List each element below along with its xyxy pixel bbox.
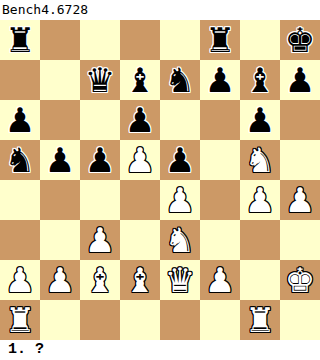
square-h3[interactable] <box>280 220 320 260</box>
square-e3[interactable]: ♞ <box>160 220 200 260</box>
square-a5[interactable]: ♞ <box>0 140 40 180</box>
black-pawn-piece: ♟ <box>5 100 35 140</box>
white-bishop-piece: ♝ <box>85 260 115 300</box>
square-g4[interactable]: ♟ <box>240 180 280 220</box>
black-queen-piece: ♛ <box>85 60 115 100</box>
white-rook-piece: ♜ <box>5 300 35 340</box>
white-knight-piece: ♞ <box>165 220 195 260</box>
square-g6[interactable]: ♟ <box>240 100 280 140</box>
square-h8[interactable]: ♚ <box>280 20 320 60</box>
square-f5[interactable] <box>200 140 240 180</box>
square-g2[interactable] <box>240 260 280 300</box>
square-c4[interactable] <box>80 180 120 220</box>
square-g1[interactable]: ♜ <box>240 300 280 340</box>
square-f1[interactable] <box>200 300 240 340</box>
window-title: Bench4.6728 <box>0 0 320 20</box>
square-f3[interactable] <box>200 220 240 260</box>
white-pawn-piece: ♟ <box>285 180 315 220</box>
white-queen-piece: ♛ <box>165 260 195 300</box>
square-f6[interactable] <box>200 100 240 140</box>
square-c3[interactable]: ♟ <box>80 220 120 260</box>
square-h5[interactable] <box>280 140 320 180</box>
square-a4[interactable] <box>0 180 40 220</box>
square-h7[interactable]: ♟ <box>280 60 320 100</box>
white-pawn-piece: ♟ <box>125 140 155 180</box>
square-d7[interactable]: ♝ <box>120 60 160 100</box>
move-prompt: 1. ? <box>0 340 320 360</box>
white-pawn-piece: ♟ <box>205 260 235 300</box>
square-e7[interactable]: ♞ <box>160 60 200 100</box>
chess-board: ♜♜♚♛♝♞♟♝♟♟♟♟♞♟♟♟♟♞♟♟♟♟♞♟♟♝♝♛♟♚♜♜ <box>0 20 320 340</box>
square-a1[interactable]: ♜ <box>0 300 40 340</box>
black-rook-piece: ♜ <box>205 20 235 60</box>
square-h4[interactable]: ♟ <box>280 180 320 220</box>
white-bishop-piece: ♝ <box>125 260 155 300</box>
square-d8[interactable] <box>120 20 160 60</box>
white-pawn-piece: ♟ <box>45 260 75 300</box>
square-d4[interactable] <box>120 180 160 220</box>
square-b4[interactable] <box>40 180 80 220</box>
square-f7[interactable]: ♟ <box>200 60 240 100</box>
black-pawn-piece: ♟ <box>205 60 235 100</box>
square-c7[interactable]: ♛ <box>80 60 120 100</box>
square-h2[interactable]: ♚ <box>280 260 320 300</box>
square-a6[interactable]: ♟ <box>0 100 40 140</box>
square-c6[interactable] <box>80 100 120 140</box>
black-pawn-piece: ♟ <box>245 100 275 140</box>
black-knight-piece: ♞ <box>5 140 35 180</box>
square-b3[interactable] <box>40 220 80 260</box>
white-king-piece: ♚ <box>285 260 315 300</box>
square-e8[interactable] <box>160 20 200 60</box>
square-b2[interactable]: ♟ <box>40 260 80 300</box>
square-b6[interactable] <box>40 100 80 140</box>
black-pawn-piece: ♟ <box>165 140 195 180</box>
square-e4[interactable]: ♟ <box>160 180 200 220</box>
square-f8[interactable]: ♜ <box>200 20 240 60</box>
black-knight-piece: ♞ <box>165 60 195 100</box>
square-a3[interactable] <box>0 220 40 260</box>
black-pawn-piece: ♟ <box>45 140 75 180</box>
square-c1[interactable] <box>80 300 120 340</box>
white-pawn-piece: ♟ <box>5 260 35 300</box>
black-pawn-piece: ♟ <box>285 60 315 100</box>
square-f2[interactable]: ♟ <box>200 260 240 300</box>
white-pawn-piece: ♟ <box>85 220 115 260</box>
square-a8[interactable]: ♜ <box>0 20 40 60</box>
black-bishop-piece: ♝ <box>245 60 275 100</box>
white-knight-piece: ♞ <box>245 140 275 180</box>
black-pawn-piece: ♟ <box>125 100 155 140</box>
square-d3[interactable] <box>120 220 160 260</box>
black-king-piece: ♚ <box>285 20 315 60</box>
white-pawn-piece: ♟ <box>165 180 195 220</box>
square-d5[interactable]: ♟ <box>120 140 160 180</box>
square-d6[interactable]: ♟ <box>120 100 160 140</box>
square-c2[interactable]: ♝ <box>80 260 120 300</box>
square-c8[interactable] <box>80 20 120 60</box>
square-b1[interactable] <box>40 300 80 340</box>
square-g7[interactable]: ♝ <box>240 60 280 100</box>
square-h1[interactable] <box>280 300 320 340</box>
white-pawn-piece: ♟ <box>245 180 275 220</box>
white-rook-piece: ♜ <box>245 300 275 340</box>
square-f4[interactable] <box>200 180 240 220</box>
square-b7[interactable] <box>40 60 80 100</box>
square-d1[interactable] <box>120 300 160 340</box>
square-a7[interactable] <box>0 60 40 100</box>
square-a2[interactable]: ♟ <box>0 260 40 300</box>
square-g3[interactable] <box>240 220 280 260</box>
chess-app-window: Bench4.6728 ♜♜♚♛♝♞♟♝♟♟♟♟♞♟♟♟♟♞♟♟♟♟♞♟♟♝♝♛… <box>0 0 320 360</box>
black-rook-piece: ♜ <box>5 20 35 60</box>
square-g5[interactable]: ♞ <box>240 140 280 180</box>
square-e5[interactable]: ♟ <box>160 140 200 180</box>
square-b8[interactable] <box>40 20 80 60</box>
square-e6[interactable] <box>160 100 200 140</box>
square-e1[interactable] <box>160 300 200 340</box>
square-d2[interactable]: ♝ <box>120 260 160 300</box>
square-c5[interactable]: ♟ <box>80 140 120 180</box>
black-pawn-piece: ♟ <box>85 140 115 180</box>
black-bishop-piece: ♝ <box>125 60 155 100</box>
square-g8[interactable] <box>240 20 280 60</box>
square-e2[interactable]: ♛ <box>160 260 200 300</box>
square-b5[interactable]: ♟ <box>40 140 80 180</box>
square-h6[interactable] <box>280 100 320 140</box>
